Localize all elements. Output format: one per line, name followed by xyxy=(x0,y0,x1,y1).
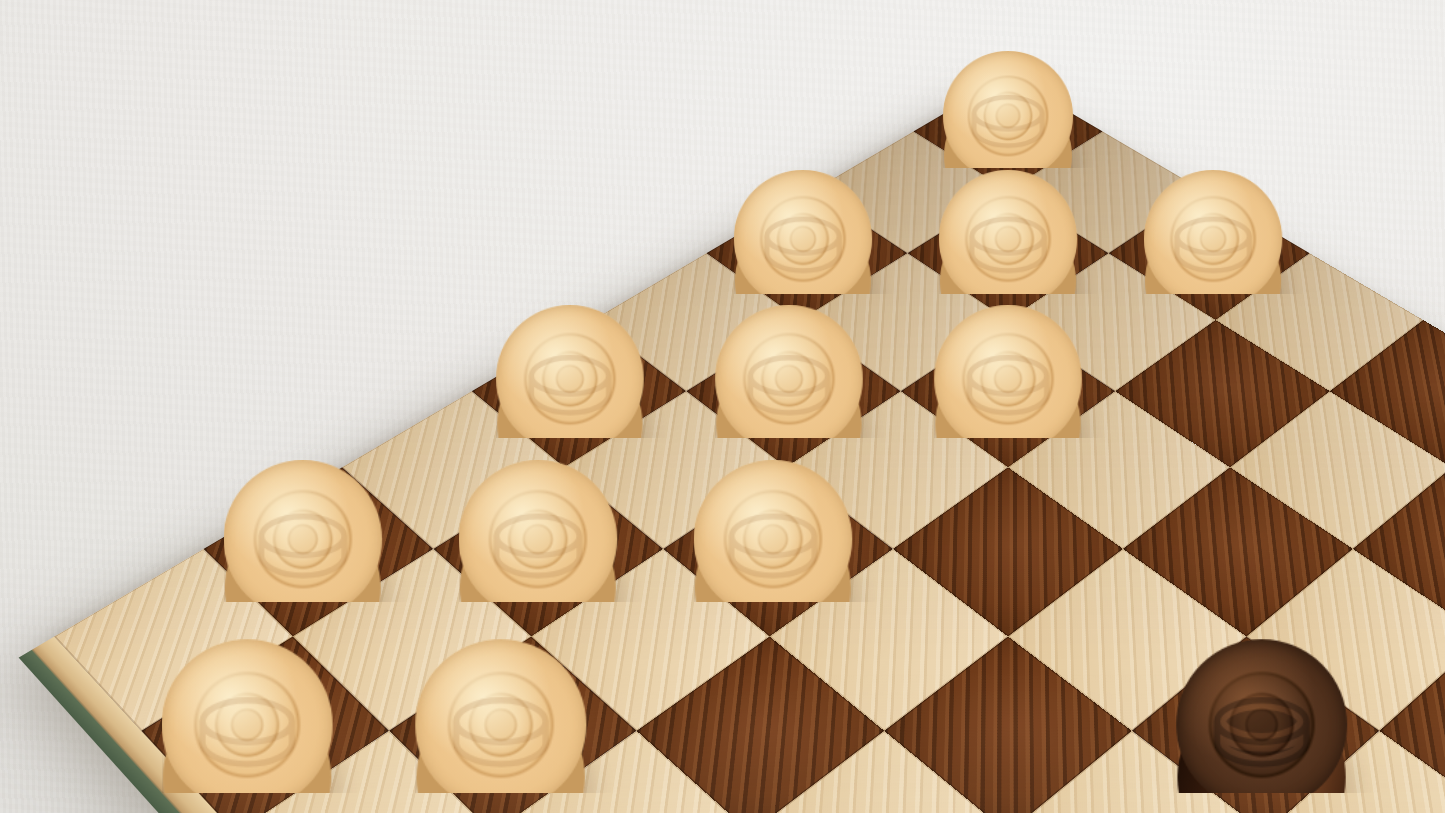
checker-light[interactable]: ⛀ xyxy=(162,639,333,810)
checker-light[interactable]: ⛀ xyxy=(1144,170,1282,308)
checker-top-face: ⛀ xyxy=(224,460,383,619)
white-draughts-man-glyph: ⛀ xyxy=(962,324,1054,434)
board-grid: ⛀⛀⛀⛀⛀⛀⛂⛀⛀⛀⛀⛀⛀ xyxy=(54,76,1445,813)
checker-light[interactable]: ⛀ xyxy=(694,460,853,619)
checker-top-face: ⛀ xyxy=(943,51,1073,181)
white-draughts-man-glyph: ⛀ xyxy=(724,480,823,598)
checker-light[interactable]: ⛀ xyxy=(459,460,618,619)
white-draughts-man-glyph: ⛀ xyxy=(743,324,835,434)
black-draughts-man-glyph: ⛂ xyxy=(1208,661,1314,788)
checker-light[interactable]: ⛀ xyxy=(715,305,863,453)
white-draughts-man-glyph: ⛀ xyxy=(489,480,588,598)
checker-light[interactable]: ⛀ xyxy=(224,460,383,619)
checker-light[interactable]: ⛀ xyxy=(734,170,872,308)
checker-top-face: ⛀ xyxy=(715,305,863,453)
white-draughts-man-glyph: ⛀ xyxy=(253,480,352,598)
white-draughts-man-glyph: ⛀ xyxy=(760,188,846,291)
white-draughts-man-glyph: ⛀ xyxy=(1170,188,1256,291)
scene: ⛀⛀⛀⛀⛀⛀⛂⛀⛀⛀⛀⛀⛀ xyxy=(0,0,1445,813)
white-draughts-man-glyph: ⛀ xyxy=(524,324,616,434)
white-draughts-man-glyph: ⛀ xyxy=(448,661,554,788)
white-draughts-man-glyph: ⛀ xyxy=(194,661,300,788)
checker-top-face: ⛀ xyxy=(1144,170,1282,308)
checker-top-face: ⛂ xyxy=(1176,639,1347,810)
checker-light[interactable]: ⛀ xyxy=(939,170,1077,308)
checker-top-face: ⛀ xyxy=(939,170,1077,308)
checker-light[interactable]: ⛀ xyxy=(415,639,586,810)
checker-top-face: ⛀ xyxy=(934,305,1082,453)
checker-dark[interactable]: ⛂ xyxy=(1176,639,1347,810)
checker-top-face: ⛀ xyxy=(496,305,644,453)
checker-light[interactable]: ⛀ xyxy=(934,305,1082,453)
checker-light[interactable]: ⛀ xyxy=(496,305,644,453)
checker-top-face: ⛀ xyxy=(694,460,853,619)
white-draughts-man-glyph: ⛀ xyxy=(965,188,1051,291)
checker-top-face: ⛀ xyxy=(415,639,586,810)
checker-top-face: ⛀ xyxy=(459,460,618,619)
checker-light[interactable]: ⛀ xyxy=(943,51,1073,181)
checker-top-face: ⛀ xyxy=(734,170,872,308)
checker-top-face: ⛀ xyxy=(162,639,333,810)
white-draughts-man-glyph: ⛀ xyxy=(968,68,1049,164)
